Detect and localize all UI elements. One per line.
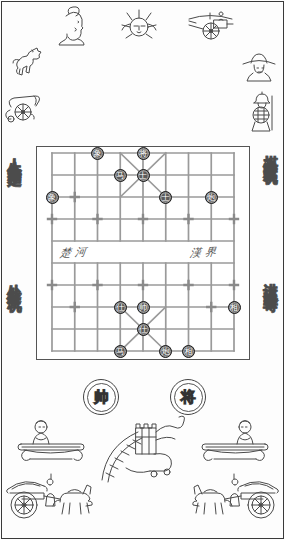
cannon-icon xyxy=(3,94,43,124)
medallion-char-jiang: 将 xyxy=(181,388,196,407)
piece-red-cannon[interactable]: 炮 xyxy=(159,345,172,358)
piece-black-advisor[interactable]: 士 xyxy=(137,169,150,182)
war-cart-icon xyxy=(187,10,235,42)
medallion-black-general: 将 xyxy=(170,379,206,415)
phrase-right-bottom: 进退暗显奇 xyxy=(262,273,280,368)
armored-soldier-icon xyxy=(245,92,279,132)
straw-hat-figure-icon xyxy=(241,51,277,82)
piece-red-elephant[interactable]: 相 xyxy=(182,345,195,358)
piece-red-general[interactable]: 帅 xyxy=(137,301,150,314)
medallion-inner-ring: 帅 xyxy=(87,383,116,412)
medallion-inner-ring: 将 xyxy=(174,383,203,412)
phrase-left-top: 人生亦如是 xyxy=(6,147,24,242)
piece-black-general[interactable]: 将 xyxy=(137,147,150,160)
siege-bridge-icon xyxy=(96,416,190,486)
qin-player-left-icon xyxy=(14,417,90,467)
medallion-red-general: 帅 xyxy=(83,379,119,415)
piece-red-advisor[interactable]: 仕 xyxy=(114,301,127,314)
piece-red-elephant[interactable]: 相 xyxy=(228,301,241,314)
piece-red-horse[interactable]: 马 xyxy=(114,345,127,358)
scholar-head-icon xyxy=(52,5,92,45)
river-label-right: 漢界 xyxy=(189,244,221,261)
piece-black-cannon[interactable]: 炮 xyxy=(205,191,218,204)
phrase-left-bottom: 处处有生机 xyxy=(6,273,24,368)
qin-player-right-icon xyxy=(196,417,272,467)
piece-red-advisor[interactable]: 仕 xyxy=(137,323,150,336)
medallion-char-shuai: 帅 xyxy=(94,388,109,407)
river-label-left: 楚河 xyxy=(59,244,91,261)
phrase-right-top: 棋中藏玄机 xyxy=(262,145,280,240)
piece-black-advisor[interactable]: 士 xyxy=(159,191,172,204)
xiangqi-art-poster: 人生亦如是 处处有生机 棋中藏玄机 进退暗显奇 楚河 漢界 象 将 马 士 象 … xyxy=(0,0,285,540)
horse-chariot-left-icon xyxy=(4,471,96,521)
piece-black-elephant[interactable]: 象 xyxy=(46,191,59,204)
piece-black-elephant[interactable]: 象 xyxy=(91,147,104,160)
galloping-horse-icon xyxy=(11,43,41,79)
horse-chariot-right-icon xyxy=(189,471,281,521)
piece-black-horse[interactable]: 马 xyxy=(114,169,127,182)
flame-mask-icon xyxy=(119,7,159,43)
